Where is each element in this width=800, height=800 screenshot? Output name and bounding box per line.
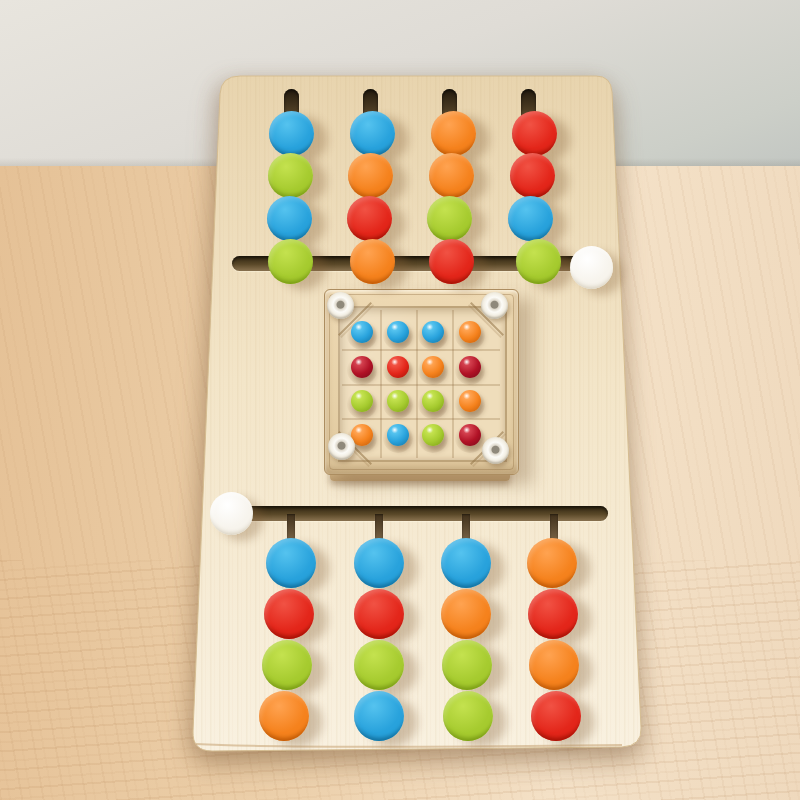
tray-corner-peg-1 bbox=[327, 292, 354, 319]
tray-bead-orange bbox=[422, 356, 444, 378]
top-slider-disc[interactable] bbox=[570, 246, 613, 289]
top-disc-blue[interactable] bbox=[508, 196, 553, 241]
top-disc-orange[interactable] bbox=[350, 239, 395, 284]
bottom-disc-blue[interactable] bbox=[354, 538, 404, 588]
top-disc-red[interactable] bbox=[347, 196, 392, 241]
tray-corner-peg-2 bbox=[481, 292, 508, 319]
tray-bead-blue bbox=[422, 321, 444, 343]
top-disc-red[interactable] bbox=[510, 153, 555, 198]
bottom-disc-blue[interactable] bbox=[441, 538, 491, 588]
top-disc-green[interactable] bbox=[427, 196, 472, 241]
tray-bead-orange bbox=[459, 321, 481, 343]
tray-corner-peg-3 bbox=[328, 433, 355, 460]
bottom-slider-disc[interactable] bbox=[210, 492, 253, 535]
top-disc-green[interactable] bbox=[268, 153, 313, 198]
tray-bead-darkred bbox=[351, 356, 373, 378]
top-disc-blue[interactable] bbox=[350, 111, 395, 156]
tray-bead-blue bbox=[387, 424, 409, 446]
bottom-disc-green[interactable] bbox=[443, 691, 493, 741]
bottom-disc-green[interactable] bbox=[262, 640, 312, 690]
top-disc-orange[interactable] bbox=[429, 153, 474, 198]
bottom-disc-red[interactable] bbox=[354, 589, 404, 639]
bottom-disc-orange[interactable] bbox=[527, 538, 577, 588]
scene bbox=[0, 0, 800, 800]
top-disc-red[interactable] bbox=[512, 111, 557, 156]
bottom-disc-orange[interactable] bbox=[259, 691, 309, 741]
bottom-disc-red[interactable] bbox=[264, 589, 314, 639]
bottom-disc-orange[interactable] bbox=[441, 589, 491, 639]
tray-corner-peg-4 bbox=[482, 437, 509, 464]
top-disc-green[interactable] bbox=[268, 239, 313, 284]
top-disc-red[interactable] bbox=[429, 239, 474, 284]
top-disc-orange[interactable] bbox=[348, 153, 393, 198]
top-disc-blue[interactable] bbox=[267, 196, 312, 241]
tray-bead-orange bbox=[459, 390, 481, 412]
bottom-disc-green[interactable] bbox=[354, 640, 404, 690]
tray-bead-red bbox=[387, 356, 409, 378]
tray-bead-green bbox=[422, 390, 444, 412]
bottom-disc-blue[interactable] bbox=[266, 538, 316, 588]
tray-bead-blue bbox=[351, 321, 373, 343]
tray-bead-blue bbox=[387, 321, 409, 343]
bottom-disc-red[interactable] bbox=[531, 691, 581, 741]
tray-bead-green bbox=[387, 390, 409, 412]
bottom-disc-red[interactable] bbox=[528, 589, 578, 639]
bottom-disc-green[interactable] bbox=[442, 640, 492, 690]
top-disc-green[interactable] bbox=[516, 239, 561, 284]
top-disc-blue[interactable] bbox=[269, 111, 314, 156]
tray-bead-darkred bbox=[459, 424, 481, 446]
tray-bead-darkred bbox=[459, 356, 481, 378]
tray-bead-green bbox=[351, 390, 373, 412]
bottom-disc-orange[interactable] bbox=[529, 640, 579, 690]
top-disc-orange[interactable] bbox=[431, 111, 476, 156]
bottom-disc-blue[interactable] bbox=[354, 691, 404, 741]
tray-bead-green bbox=[422, 424, 444, 446]
